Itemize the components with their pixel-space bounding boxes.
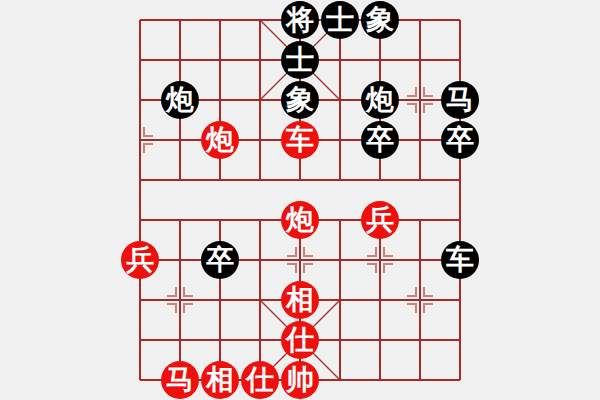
point-i4[interactable] — [440, 200, 480, 240]
point-d9[interactable] — [240, 0, 280, 40]
point-c1[interactable] — [200, 320, 240, 360]
point-b4[interactable] — [160, 200, 200, 240]
point-d3[interactable] — [240, 240, 280, 280]
point-c4[interactable] — [200, 200, 240, 240]
point-h3[interactable] — [400, 240, 440, 280]
point-a2[interactable] — [120, 280, 160, 320]
point-g9[interactable]: 象 — [360, 0, 400, 40]
point-a5[interactable] — [120, 160, 160, 200]
point-f2[interactable] — [320, 280, 360, 320]
point-g4[interactable]: 兵 — [360, 200, 400, 240]
point-f1[interactable] — [320, 320, 360, 360]
board-points: 将士象士炮象炮马炮车卒卒炮兵兵卒车相仕马相仕帅 — [120, 0, 480, 400]
piece-red-chariot[interactable]: 车 — [281, 121, 319, 159]
point-a1[interactable] — [120, 320, 160, 360]
point-d0[interactable]: 仕 — [240, 360, 280, 400]
point-g1[interactable] — [360, 320, 400, 360]
point-i5[interactable] — [440, 160, 480, 200]
point-b3[interactable] — [160, 240, 200, 280]
point-f8[interactable] — [320, 40, 360, 80]
piece-red-soldier[interactable]: 兵 — [121, 241, 159, 279]
piece-black-cannon[interactable]: 炮 — [161, 81, 199, 119]
point-g8[interactable] — [360, 40, 400, 80]
point-a6[interactable] — [120, 120, 160, 160]
point-d4[interactable] — [240, 200, 280, 240]
point-d1[interactable] — [240, 320, 280, 360]
point-e5[interactable] — [280, 160, 320, 200]
point-a9[interactable] — [120, 0, 160, 40]
point-d2[interactable] — [240, 280, 280, 320]
point-e7[interactable]: 象 — [280, 80, 320, 120]
point-d7[interactable] — [240, 80, 280, 120]
point-g3[interactable] — [360, 240, 400, 280]
piece-black-advisor[interactable]: 士 — [321, 1, 359, 39]
piece-red-horse[interactable]: 马 — [161, 361, 199, 399]
point-f3[interactable] — [320, 240, 360, 280]
point-a8[interactable] — [120, 40, 160, 80]
point-i8[interactable] — [440, 40, 480, 80]
point-e9[interactable]: 将 — [280, 0, 320, 40]
point-e6[interactable]: 车 — [280, 120, 320, 160]
point-b7[interactable]: 炮 — [160, 80, 200, 120]
piece-black-soldier[interactable]: 卒 — [201, 241, 239, 279]
point-h6[interactable] — [400, 120, 440, 160]
piece-black-soldier[interactable]: 卒 — [361, 121, 399, 159]
point-d6[interactable] — [240, 120, 280, 160]
point-b0[interactable]: 马 — [160, 360, 200, 400]
point-h7[interactable] — [400, 80, 440, 120]
point-e3[interactable] — [280, 240, 320, 280]
point-c3[interactable]: 卒 — [200, 240, 240, 280]
point-f0[interactable] — [320, 360, 360, 400]
point-i2[interactable] — [440, 280, 480, 320]
point-e4[interactable]: 炮 — [280, 200, 320, 240]
xiangqi-board-screenshot: 将士象士炮象炮马炮车卒卒炮兵兵卒车相仕马相仕帅 — [0, 0, 600, 400]
point-h1[interactable] — [400, 320, 440, 360]
point-a7[interactable] — [120, 80, 160, 120]
point-g5[interactable] — [360, 160, 400, 200]
point-b9[interactable] — [160, 0, 200, 40]
piece-red-elephant[interactable]: 相 — [201, 361, 239, 399]
point-f9[interactable]: 士 — [320, 0, 360, 40]
point-e8[interactable]: 士 — [280, 40, 320, 80]
point-i9[interactable] — [440, 0, 480, 40]
point-b8[interactable] — [160, 40, 200, 80]
point-c7[interactable] — [200, 80, 240, 120]
point-f5[interactable] — [320, 160, 360, 200]
point-c6[interactable]: 炮 — [200, 120, 240, 160]
point-h8[interactable] — [400, 40, 440, 80]
point-e2[interactable]: 相 — [280, 280, 320, 320]
piece-black-soldier[interactable]: 卒 — [441, 121, 479, 159]
point-h2[interactable] — [400, 280, 440, 320]
point-g7[interactable]: 炮 — [360, 80, 400, 120]
piece-black-elephant[interactable]: 象 — [361, 1, 399, 39]
piece-black-chariot[interactable]: 车 — [441, 241, 479, 279]
point-e1[interactable]: 仕 — [280, 320, 320, 360]
point-d5[interactable] — [240, 160, 280, 200]
point-c0[interactable]: 相 — [200, 360, 240, 400]
piece-black-elephant[interactable]: 象 — [281, 81, 319, 119]
point-a3[interactable]: 兵 — [120, 240, 160, 280]
piece-black-general[interactable]: 将 — [281, 1, 319, 39]
point-c2[interactable] — [200, 280, 240, 320]
point-f7[interactable] — [320, 80, 360, 120]
point-h0[interactable] — [400, 360, 440, 400]
piece-red-cannon[interactable]: 炮 — [201, 121, 239, 159]
point-h5[interactable] — [400, 160, 440, 200]
piece-red-advisor[interactable]: 仕 — [281, 321, 319, 359]
point-c9[interactable] — [200, 0, 240, 40]
point-i7[interactable]: 马 — [440, 80, 480, 120]
point-h4[interactable] — [400, 200, 440, 240]
point-f6[interactable] — [320, 120, 360, 160]
point-g6[interactable]: 卒 — [360, 120, 400, 160]
point-b1[interactable] — [160, 320, 200, 360]
point-d8[interactable] — [240, 40, 280, 80]
point-g0[interactable] — [360, 360, 400, 400]
point-c5[interactable] — [200, 160, 240, 200]
piece-red-elephant[interactable]: 相 — [281, 281, 319, 319]
piece-black-advisor[interactable]: 士 — [281, 41, 319, 79]
piece-red-advisor[interactable]: 仕 — [241, 361, 279, 399]
point-c8[interactable] — [200, 40, 240, 80]
point-e0[interactable]: 帅 — [280, 360, 320, 400]
point-a4[interactable] — [120, 200, 160, 240]
point-g2[interactable] — [360, 280, 400, 320]
point-a0[interactable] — [120, 360, 160, 400]
piece-red-soldier[interactable]: 兵 — [361, 201, 399, 239]
point-i0[interactable] — [440, 360, 480, 400]
piece-red-cannon[interactable]: 炮 — [281, 201, 319, 239]
piece-red-general[interactable]: 帅 — [281, 361, 319, 399]
point-b2[interactable] — [160, 280, 200, 320]
piece-black-horse[interactable]: 马 — [441, 81, 479, 119]
point-h9[interactable] — [400, 0, 440, 40]
point-b5[interactable] — [160, 160, 200, 200]
piece-black-cannon[interactable]: 炮 — [361, 81, 399, 119]
point-i1[interactable] — [440, 320, 480, 360]
point-b6[interactable] — [160, 120, 200, 160]
point-i3[interactable]: 车 — [440, 240, 480, 280]
point-f4[interactable] — [320, 200, 360, 240]
point-i6[interactable]: 卒 — [440, 120, 480, 160]
